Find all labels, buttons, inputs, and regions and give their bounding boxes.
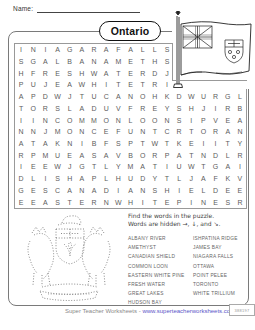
grid-cell: G <box>27 56 39 68</box>
grid-cell: A <box>76 173 88 185</box>
grid-cell: R <box>234 196 246 208</box>
grid-cell: S <box>173 103 185 115</box>
grid-cell: A <box>76 149 88 161</box>
grid-cell: O <box>27 103 39 115</box>
grid-cell: G <box>15 185 27 197</box>
grid-cell: T <box>137 79 149 91</box>
grid-cell: U <box>124 173 136 185</box>
grid-cell: T <box>64 196 76 208</box>
grid-cell: A <box>15 91 27 103</box>
grid-cell: N <box>39 114 51 126</box>
flag-icon <box>172 11 254 89</box>
word-list-left-column: ALBANY RIVERAMETHYSTCANADIAN SHIELDCOMMO… <box>128 234 193 308</box>
grid-cell: L <box>234 91 246 103</box>
grid-cell: T <box>76 91 88 103</box>
grid-cell: A <box>88 185 100 197</box>
grid-cell: H <box>15 67 27 79</box>
grid-cell: I <box>76 138 88 150</box>
grid-cell: L <box>51 56 63 68</box>
instructions-line1: Find the words in the puzzle. <box>128 212 250 220</box>
grid-cell: E <box>185 185 197 197</box>
grid-cell: S <box>88 149 100 161</box>
grid-cell: F <box>27 67 39 79</box>
grid-cell: L <box>222 149 234 161</box>
grid-cell: I <box>15 44 27 56</box>
grid-cell: O <box>149 114 161 126</box>
grid-cell: E <box>51 67 63 79</box>
grid-cell: E <box>27 196 39 208</box>
grid-cell: E <box>124 56 136 68</box>
grid-cell: P <box>173 196 185 208</box>
grid-cell: N <box>27 44 39 56</box>
grid-cell: W <box>51 91 63 103</box>
grid-cell: T <box>27 138 39 150</box>
grid-cell: R <box>88 196 100 208</box>
grid-cell: I <box>210 138 222 150</box>
grid-cell: E <box>51 79 63 91</box>
grid-cell: B <box>64 56 76 68</box>
word-list-item: WHITE TRILLIUM <box>193 289 238 298</box>
grid-cell: O <box>64 114 76 126</box>
grid-cell: A <box>124 185 136 197</box>
word-list-item: FRESH WATER <box>128 280 193 289</box>
grid-cell: A <box>64 185 76 197</box>
grid-cell: N <box>15 126 27 138</box>
grid-cell: E <box>124 79 136 91</box>
grid-cell: H <box>76 67 88 79</box>
grid-cell: H <box>149 91 161 103</box>
grid-cell: E <box>185 138 197 150</box>
grid-cell: G <box>76 161 88 173</box>
grid-cell: R <box>39 67 51 79</box>
grid-cell: H <box>124 196 136 208</box>
grid-cell: I <box>185 196 197 208</box>
grid-cell: O <box>197 126 209 138</box>
grid-cell: M <box>124 161 136 173</box>
grid-cell: T <box>137 56 149 68</box>
grid-cell: J <box>185 173 197 185</box>
ontario-flag-illustration <box>172 11 254 89</box>
footer-brand: Super Teacher Worksheets - <box>65 308 142 314</box>
grid-cell: I <box>137 196 149 208</box>
grid-cell: T <box>161 173 173 185</box>
grid-cell: E <box>76 196 88 208</box>
grid-cell: J <box>197 103 209 115</box>
grid-cell: C <box>161 126 173 138</box>
grid-cell: S <box>51 103 63 115</box>
grid-cell: U <box>88 91 100 103</box>
grid-cell: M <box>112 56 124 68</box>
grid-cell: H <box>112 173 124 185</box>
grid-cell: R <box>137 103 149 115</box>
grid-cell: N <box>76 185 88 197</box>
grid-cell: I <box>27 114 39 126</box>
grid-cell: G <box>222 91 234 103</box>
word-list-item: OTTAWA <box>193 262 238 271</box>
grid-cell: D <box>137 173 149 185</box>
grid-cell: A <box>100 149 112 161</box>
grid-cell: D <box>149 67 161 79</box>
grid-cell: T <box>197 161 209 173</box>
grid-cell: T <box>185 126 197 138</box>
grid-cell: E <box>222 114 234 126</box>
grid-cell: L <box>100 173 112 185</box>
grid-cell: I <box>210 103 222 115</box>
grid-cell: G <box>210 161 222 173</box>
grid-cell: U <box>197 91 209 103</box>
grid-cell: A <box>100 67 112 79</box>
grid-cell: O <box>137 114 149 126</box>
grid-cell: I <box>185 114 197 126</box>
grid-cell: Y <box>112 161 124 173</box>
word-list-item: CANADIAN SHIELD <box>128 252 193 261</box>
grid-cell: P <box>88 173 100 185</box>
grid-cell: L <box>27 173 39 185</box>
grid-cell: C <box>51 114 63 126</box>
grid-cell: N <box>76 126 88 138</box>
grid-cell: A <box>197 173 209 185</box>
grid-cell: D <box>210 185 222 197</box>
grid-cell: E <box>234 185 246 197</box>
grid-cell: T <box>112 67 124 79</box>
grid-cell: A <box>39 196 51 208</box>
grid-cell: A <box>222 161 234 173</box>
grid-cell: E <box>222 185 234 197</box>
grid-cell: I <box>112 185 124 197</box>
grid-cell: S <box>39 185 51 197</box>
instructions-line2: Words are hidden →, ↓, and ↘. <box>128 220 250 228</box>
grid-cell: U <box>51 149 63 161</box>
grid-cell: R <box>210 126 222 138</box>
grid-cell: A <box>222 126 234 138</box>
grid-cell: N <box>161 114 173 126</box>
grid-cell: H <box>161 185 173 197</box>
grid-cell: N <box>112 114 124 126</box>
grid-cell: U <box>124 126 136 138</box>
word-list-item: NIAGARA FALLS <box>193 252 238 261</box>
grid-cell: F <box>112 44 124 56</box>
grid-cell: P <box>161 149 173 161</box>
grid-cell: P <box>27 149 39 161</box>
grid-cell: D <box>88 103 100 115</box>
grid-cell: E <box>210 196 222 208</box>
grid-cell: S <box>173 114 185 126</box>
grid-cell: D <box>173 91 185 103</box>
grid-cell: U <box>173 161 185 173</box>
grid-cell: T <box>149 126 161 138</box>
grid-cell: P <box>27 91 39 103</box>
grid-cell: E <box>64 149 76 161</box>
grid-cell: W <box>76 79 88 91</box>
grid-cell: I <box>39 44 51 56</box>
word-list-panel: Find the words in the puzzle. Words are … <box>128 212 250 308</box>
grid-cell: E <box>27 161 39 173</box>
grid-cell: T <box>149 161 161 173</box>
grid-cell: I <box>100 79 112 91</box>
grid-cell: V <box>234 173 246 185</box>
grid-cell: E <box>39 161 51 173</box>
grid-cell: R <box>173 126 185 138</box>
grid-cell: S <box>112 138 124 150</box>
grid-cell: D <box>100 185 112 197</box>
word-list-item: GREAT LAKES <box>128 289 193 298</box>
grid-cell: R <box>149 149 161 161</box>
grid-cell: D <box>15 173 27 185</box>
grid-cell: C <box>88 126 100 138</box>
grid-cell: B <box>88 138 100 150</box>
grid-cell: R <box>234 149 246 161</box>
grid-cell: M <box>88 114 100 126</box>
grid-cell: P <box>15 79 27 91</box>
grid-cell: J <box>39 126 51 138</box>
grid-cell: D <box>210 149 222 161</box>
grid-cell: T <box>112 79 124 91</box>
grid-cell: I <box>15 161 27 173</box>
word-list-item: EASTERN WHITE PINE <box>128 271 193 280</box>
grid-cell: B <box>234 103 246 115</box>
grid-cell: T <box>15 103 27 115</box>
grid-cell: V <box>112 103 124 115</box>
grid-cell: A <box>76 56 88 68</box>
grid-cell: A <box>51 44 63 56</box>
grid-cell: N <box>197 196 209 208</box>
grid-cell: E <box>149 103 161 115</box>
grid-cell: T <box>185 149 197 161</box>
grid-cell: L <box>173 173 185 185</box>
grid-cell: S <box>15 56 27 68</box>
page-title-text: Ontario <box>111 25 150 37</box>
grid-cell: A <box>39 56 51 68</box>
grid-cell: A <box>100 56 112 68</box>
grid-cell: J <box>64 91 76 103</box>
grid-cell: U <box>100 103 112 115</box>
grid-cell: M <box>51 126 63 138</box>
grid-cell: F <box>124 103 136 115</box>
word-list-item: ALBANY RIVER <box>128 234 193 243</box>
grid-cell: A <box>39 138 51 150</box>
grid-cell: E <box>27 185 39 197</box>
grid-cell: O <box>137 91 149 103</box>
grid-cell: K <box>222 173 234 185</box>
grid-cell: L <box>64 103 76 115</box>
grid-cell: L <box>137 44 149 56</box>
grid-cell: S <box>222 196 234 208</box>
grid-cell: U <box>27 79 39 91</box>
grid-cell: T <box>149 196 161 208</box>
grid-cell: T <box>222 138 234 150</box>
grid-cell: M <box>39 149 51 161</box>
grid-cell: A <box>64 79 76 91</box>
grid-cell: A <box>112 91 124 103</box>
footer-url[interactable]: www.superteacherworksheets.com <box>142 308 235 314</box>
grid-cell: H <box>149 56 161 68</box>
grid-cell: A <box>100 44 112 56</box>
grid-cell: Y <box>161 103 173 115</box>
grid-cell: J <box>64 161 76 173</box>
worksheet-code: 388197 <box>229 304 255 316</box>
grid-cell: R <box>137 67 149 79</box>
coat-of-arms-illustration <box>12 211 127 303</box>
grid-cell: S <box>51 173 63 185</box>
grid-cell: N <box>137 185 149 197</box>
grid-cell: S <box>64 67 76 79</box>
word-list-item: HUDSON BAY <box>128 298 193 307</box>
grid-cell: I <box>197 138 209 150</box>
grid-cell: B <box>124 149 136 161</box>
grid-cell: F <box>210 173 222 185</box>
word-list-item: ISHPATINA RIDGE <box>193 234 238 243</box>
grid-cell: F <box>100 138 112 150</box>
grid-cell: S <box>149 185 161 197</box>
grid-cell: O <box>100 114 112 126</box>
grid-cell: V <box>210 114 222 126</box>
grid-cell: M <box>76 114 88 126</box>
grid-cell: O <box>64 126 76 138</box>
name-blank-line <box>37 4 140 13</box>
grid-cell: W <box>185 161 197 173</box>
grid-cell: E <box>124 67 136 79</box>
name-label: Name: <box>13 5 33 12</box>
grid-cell: L <box>100 161 112 173</box>
grid-cell: R <box>222 103 234 115</box>
grid-cell: N <box>124 91 136 103</box>
grid-cell: K <box>173 138 185 150</box>
grid-cell: L <box>124 114 136 126</box>
grid-cell: I <box>39 173 51 185</box>
word-list-item: POINT PELEE <box>193 271 238 280</box>
grid-cell: K <box>51 138 63 150</box>
grid-cell: Y <box>234 138 246 150</box>
grid-cell: A <box>15 138 27 150</box>
word-list-item: AMETHYST <box>128 243 193 252</box>
grid-cell: G <box>64 44 76 56</box>
grid-cell: J <box>39 79 51 91</box>
grid-cell: I <box>161 161 173 173</box>
grid-cell: A <box>76 103 88 115</box>
grid-cell: W <box>51 161 63 173</box>
grid-cell: E <box>100 126 112 138</box>
grid-cell: K <box>161 91 173 103</box>
grid-cell: H <box>88 79 100 91</box>
grid-cell: R <box>88 44 100 56</box>
grid-cell: D <box>39 91 51 103</box>
grid-cell: E <box>161 196 173 208</box>
grid-cell: O <box>137 149 149 161</box>
grid-cell: A <box>124 44 136 56</box>
grid-cell: A <box>234 114 246 126</box>
grid-cell: I <box>234 161 246 173</box>
grid-cell: N <box>197 149 209 161</box>
footer: Super Teacher Worksheets - www.superteac… <box>45 308 255 314</box>
grid-cell: R <box>210 91 222 103</box>
grid-cell: V <box>112 149 124 161</box>
grid-cell: F <box>112 126 124 138</box>
grid-cell: T <box>161 138 173 150</box>
grid-cell: R <box>15 149 27 161</box>
grid-cell: T <box>137 138 149 150</box>
grid-cell: N <box>234 126 246 138</box>
grid-cell: Y <box>149 173 161 185</box>
worksheet-page: Name: Ontario INIAGARAFALLSSGALBANAMETHS… <box>0 0 255 330</box>
word-list-item: JAMES BAY <box>193 243 238 252</box>
grid-cell: H <box>185 103 197 115</box>
grid-cell: L <box>197 185 209 197</box>
grid-cell: E <box>15 196 27 208</box>
grid-cell: R <box>39 103 51 115</box>
grid-cell: N <box>27 126 39 138</box>
grid-cell: L <box>149 44 161 56</box>
word-list-item: TORONTO <box>193 280 238 289</box>
grid-cell: C <box>100 91 112 103</box>
grid-cell: I <box>173 185 185 197</box>
grid-cell: W <box>88 67 100 79</box>
grid-cell: W <box>185 91 197 103</box>
grid-cell: W <box>149 138 161 150</box>
grid-cell: N <box>137 126 149 138</box>
grid-cell: I <box>15 114 27 126</box>
grid-cell: H <box>64 173 76 185</box>
coat-of-arms-icon <box>12 211 127 303</box>
grid-cell: R <box>149 79 161 91</box>
grid-cell: N <box>88 56 100 68</box>
page-title: Ontario <box>99 21 161 41</box>
word-list-right-column: ISHPATINA RIDGEJAMES BAYNIAGARA FALLSOTT… <box>193 234 238 308</box>
grid-cell: T <box>88 161 100 173</box>
grid-cell: N <box>100 196 112 208</box>
grid-cell: N <box>64 138 76 150</box>
grid-cell: P <box>197 114 209 126</box>
grid-cell: A <box>173 149 185 161</box>
grid-cell: W <box>112 196 124 208</box>
grid-cell: A <box>137 161 149 173</box>
word-list-item: COMMON LOON <box>128 262 193 271</box>
grid-cell: S <box>51 196 63 208</box>
grid-cell: C <box>51 185 63 197</box>
grid-cell: P <box>124 138 136 150</box>
grid-cell: A <box>76 44 88 56</box>
